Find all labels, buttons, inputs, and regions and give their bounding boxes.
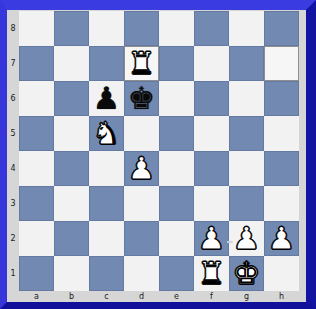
piece-black-king[interactable]: ♚ xyxy=(124,81,159,116)
rank-label-5: 5 xyxy=(7,116,19,151)
rank-label-1: 1 xyxy=(7,256,19,291)
square-h1[interactable] xyxy=(264,256,299,291)
rank-label-6: 6 xyxy=(7,81,19,116)
square-h6[interactable] xyxy=(264,81,299,116)
rank-label-8: 8 xyxy=(7,11,19,46)
rank-label-2: 2 xyxy=(7,221,19,256)
square-g3[interactable] xyxy=(229,186,264,221)
square-b8[interactable] xyxy=(54,11,89,46)
square-a2[interactable] xyxy=(19,221,54,256)
square-f7[interactable] xyxy=(194,46,229,81)
cursor-artifact xyxy=(227,241,233,243)
square-h5[interactable] xyxy=(264,116,299,151)
file-label-a: a xyxy=(19,291,54,302)
square-g2[interactable]: ♟ xyxy=(229,221,264,256)
square-g4[interactable] xyxy=(229,151,264,186)
square-b7[interactable] xyxy=(54,46,89,81)
square-b1[interactable] xyxy=(54,256,89,291)
square-e4[interactable] xyxy=(159,151,194,186)
piece-white-king[interactable]: ♚ xyxy=(229,256,264,291)
square-f8[interactable] xyxy=(194,11,229,46)
piece-white-rook[interactable]: ♜ xyxy=(124,46,159,81)
square-c3[interactable] xyxy=(89,186,124,221)
square-g1[interactable]: ♚ xyxy=(229,256,264,291)
square-c5[interactable]: ♞ xyxy=(89,116,124,151)
square-c4[interactable] xyxy=(89,151,124,186)
file-label-g: g xyxy=(229,291,264,302)
piece-white-pawn[interactable]: ♟ xyxy=(194,221,229,256)
rank-label-7: 7 xyxy=(7,46,19,81)
square-e7[interactable] xyxy=(159,46,194,81)
square-f1[interactable]: ♜ xyxy=(194,256,229,291)
square-d6[interactable]: ♚ xyxy=(124,81,159,116)
square-d3[interactable] xyxy=(124,186,159,221)
square-h8[interactable] xyxy=(264,11,299,46)
square-f5[interactable] xyxy=(194,116,229,151)
square-b5[interactable] xyxy=(54,116,89,151)
square-d8[interactable] xyxy=(124,11,159,46)
square-c2[interactable] xyxy=(89,221,124,256)
square-e6[interactable] xyxy=(159,81,194,116)
rank-labels: 87654321 xyxy=(7,11,19,291)
square-a3[interactable] xyxy=(19,186,54,221)
square-g7[interactable] xyxy=(229,46,264,81)
square-b4[interactable] xyxy=(54,151,89,186)
square-g6[interactable] xyxy=(229,81,264,116)
square-b2[interactable] xyxy=(54,221,89,256)
square-a5[interactable] xyxy=(19,116,54,151)
piece-white-pawn[interactable]: ♟ xyxy=(229,221,264,256)
square-a1[interactable] xyxy=(19,256,54,291)
file-label-f: f xyxy=(194,291,229,302)
square-h2[interactable]: ♟ xyxy=(264,221,299,256)
square-g8[interactable] xyxy=(229,11,264,46)
square-f4[interactable] xyxy=(194,151,229,186)
piece-white-knight[interactable]: ♞ xyxy=(89,116,124,151)
rank-label-4: 4 xyxy=(7,151,19,186)
file-label-b: b xyxy=(54,291,89,302)
square-c6[interactable]: ♟ xyxy=(89,81,124,116)
piece-white-pawn[interactable]: ♟ xyxy=(124,151,159,186)
square-d5[interactable] xyxy=(124,116,159,151)
square-e5[interactable] xyxy=(159,116,194,151)
piece-white-pawn[interactable]: ♟ xyxy=(264,221,299,256)
square-b6[interactable] xyxy=(54,81,89,116)
square-g5[interactable] xyxy=(229,116,264,151)
square-h4[interactable] xyxy=(264,151,299,186)
square-c1[interactable] xyxy=(89,256,124,291)
square-b3[interactable] xyxy=(54,186,89,221)
square-c8[interactable] xyxy=(89,11,124,46)
square-d2[interactable] xyxy=(124,221,159,256)
piece-black-pawn[interactable]: ♟ xyxy=(89,81,124,116)
square-d1[interactable] xyxy=(124,256,159,291)
square-e3[interactable] xyxy=(159,186,194,221)
square-a7[interactable] xyxy=(19,46,54,81)
piece-white-rook[interactable]: ♜ xyxy=(194,256,229,291)
square-f6[interactable] xyxy=(194,81,229,116)
chess-board[interactable]: ♜♟♚♞♟♟♟♟♜♚ xyxy=(19,11,299,291)
square-e1[interactable] xyxy=(159,256,194,291)
square-a8[interactable] xyxy=(19,11,54,46)
rank-label-3: 3 xyxy=(7,186,19,221)
square-f2[interactable]: ♟ xyxy=(194,221,229,256)
square-d7[interactable]: ♜ xyxy=(124,46,159,81)
square-h3[interactable] xyxy=(264,186,299,221)
square-c7[interactable] xyxy=(89,46,124,81)
file-label-h: h xyxy=(264,291,299,302)
square-a4[interactable] xyxy=(19,151,54,186)
square-f3[interactable] xyxy=(194,186,229,221)
square-a6[interactable] xyxy=(19,81,54,116)
file-label-d: d xyxy=(124,291,159,302)
chess-board-window: 87654321 ♜♟♚♞♟♟♟♟♜♚ abcdefgh xyxy=(0,0,316,309)
square-d4[interactable]: ♟ xyxy=(124,151,159,186)
file-label-c: c xyxy=(89,291,124,302)
square-e2[interactable] xyxy=(159,221,194,256)
square-h7[interactable] xyxy=(264,46,299,81)
square-e8[interactable] xyxy=(159,11,194,46)
file-labels: abcdefgh xyxy=(19,291,299,302)
file-label-e: e xyxy=(159,291,194,302)
